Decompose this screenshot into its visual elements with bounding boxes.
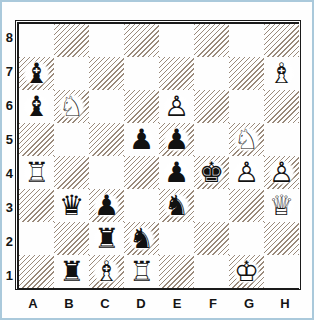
square-d3 [124, 189, 159, 222]
square-h6 [264, 90, 299, 123]
square-b3: ♛ [54, 189, 89, 222]
square-c5 [89, 123, 124, 156]
square-h4: ♙ [264, 156, 299, 189]
square-d4 [124, 156, 159, 189]
file-label-g: G [231, 296, 267, 311]
rank-label-3: 3 [2, 190, 15, 224]
square-b5 [54, 123, 89, 156]
square-e3: ♞ [159, 189, 194, 222]
rank-label-7: 7 [2, 54, 15, 88]
file-label-b: B [51, 296, 87, 311]
square-h8 [264, 24, 299, 57]
piece-black-pawn-d5: ♟ [124, 123, 159, 156]
square-e7 [159, 57, 194, 90]
piece-black-knight-d2: ♞ [124, 222, 159, 255]
piece-white-knight-g5: ♘ [229, 123, 264, 156]
board-inner-border: ♝♗♝♘♙♟♟♘♖♟♚♙♙♛♟♞♕♜♞♜♗♖♔ [17, 22, 299, 290]
diagram-layout: 87654321 ♝♗♝♘♙♟♟♘♖♟♚♙♙♛♟♞♕♜♞♜♗♖♔ ABCDEFG… [2, 20, 303, 314]
piece-black-queen-b3: ♛ [54, 189, 89, 222]
square-e5: ♟ [159, 123, 194, 156]
square-a6: ♝ [19, 90, 54, 123]
square-g6 [229, 90, 264, 123]
piece-black-bishop-a6: ♝ [19, 90, 54, 123]
piece-white-rook-a4: ♖ [19, 156, 54, 189]
file-label-a: A [15, 296, 51, 311]
square-g1: ♔ [229, 255, 264, 288]
square-d6 [124, 90, 159, 123]
square-b4 [54, 156, 89, 189]
square-c8 [89, 24, 124, 57]
square-e1 [159, 255, 194, 288]
square-c4 [89, 156, 124, 189]
square-f6 [194, 90, 229, 123]
square-g8 [229, 24, 264, 57]
piece-white-knight-b6: ♘ [54, 90, 89, 123]
piece-black-bishop-a7: ♝ [19, 57, 54, 90]
piece-black-knight-e3: ♞ [159, 189, 194, 222]
piece-white-pawn-e6: ♙ [159, 90, 194, 123]
square-a5 [19, 123, 54, 156]
square-h1 [264, 255, 299, 288]
file-labels: ABCDEFGH [15, 292, 303, 314]
square-d2: ♞ [124, 222, 159, 255]
square-a4: ♖ [19, 156, 54, 189]
square-h7: ♗ [264, 57, 299, 90]
square-b8 [54, 24, 89, 57]
square-b6: ♘ [54, 90, 89, 123]
square-c3: ♟ [89, 189, 124, 222]
piece-black-pawn-c3: ♟ [89, 189, 124, 222]
square-e6: ♙ [159, 90, 194, 123]
piece-black-rook-c2: ♜ [89, 222, 124, 255]
square-c1: ♗ [89, 255, 124, 288]
piece-black-pawn-e5: ♟ [159, 123, 194, 156]
rank-label-8: 8 [2, 20, 15, 54]
square-e8 [159, 24, 194, 57]
chess-diagram-image: 87654321 ♝♗♝♘♙♟♟♘♖♟♚♙♙♛♟♞♕♜♞♜♗♖♔ ABCDEFG… [0, 0, 314, 320]
piece-white-bishop-c1: ♗ [89, 255, 124, 288]
square-b2 [54, 222, 89, 255]
square-b7 [54, 57, 89, 90]
square-a1 [19, 255, 54, 288]
square-g7 [229, 57, 264, 90]
square-f3 [194, 189, 229, 222]
file-label-e: E [159, 296, 195, 311]
square-g3 [229, 189, 264, 222]
rank-label-6: 6 [2, 88, 15, 122]
square-d1: ♖ [124, 255, 159, 288]
piece-white-bishop-h7: ♗ [264, 57, 299, 90]
square-g5: ♘ [229, 123, 264, 156]
square-c7 [89, 57, 124, 90]
file-label-f: F [195, 296, 231, 311]
rank-label-5: 5 [2, 122, 15, 156]
piece-white-rook-d1: ♖ [124, 255, 159, 288]
square-e2 [159, 222, 194, 255]
file-label-h: H [267, 296, 303, 311]
board: ♝♗♝♘♙♟♟♘♖♟♚♙♙♛♟♞♕♜♞♜♗♖♔ [19, 24, 297, 288]
square-f2 [194, 222, 229, 255]
square-a2 [19, 222, 54, 255]
square-f1 [194, 255, 229, 288]
square-b1: ♜ [54, 255, 89, 288]
square-f5 [194, 123, 229, 156]
square-f8 [194, 24, 229, 57]
square-g2 [229, 222, 264, 255]
square-c2: ♜ [89, 222, 124, 255]
piece-white-pawn-g4: ♙ [229, 156, 264, 189]
file-label-d: D [123, 296, 159, 311]
square-h5 [264, 123, 299, 156]
piece-black-king-f4: ♚ [194, 156, 229, 189]
square-d8 [124, 24, 159, 57]
square-a8 [19, 24, 54, 57]
piece-black-rook-b1: ♜ [54, 255, 89, 288]
square-a3 [19, 189, 54, 222]
rank-labels: 87654321 [2, 20, 15, 292]
square-h2 [264, 222, 299, 255]
square-g4: ♙ [229, 156, 264, 189]
square-d7 [124, 57, 159, 90]
rank-label-2: 2 [2, 224, 15, 258]
piece-white-pawn-h4: ♙ [264, 156, 299, 189]
board-border: ♝♗♝♘♙♟♟♘♖♟♚♙♙♛♟♞♕♜♞♜♗♖♔ [15, 20, 301, 290]
square-c6 [89, 90, 124, 123]
square-a7: ♝ [19, 57, 54, 90]
square-h3: ♕ [264, 189, 299, 222]
file-label-c: C [87, 296, 123, 311]
rank-label-4: 4 [2, 156, 15, 190]
piece-white-king-g1: ♔ [229, 255, 264, 288]
square-f7 [194, 57, 229, 90]
piece-black-pawn-e4: ♟ [159, 156, 194, 189]
square-e4: ♟ [159, 156, 194, 189]
rank-label-1: 1 [2, 258, 15, 292]
square-d5: ♟ [124, 123, 159, 156]
square-f4: ♚ [194, 156, 229, 189]
piece-white-queen-h3: ♕ [264, 189, 299, 222]
